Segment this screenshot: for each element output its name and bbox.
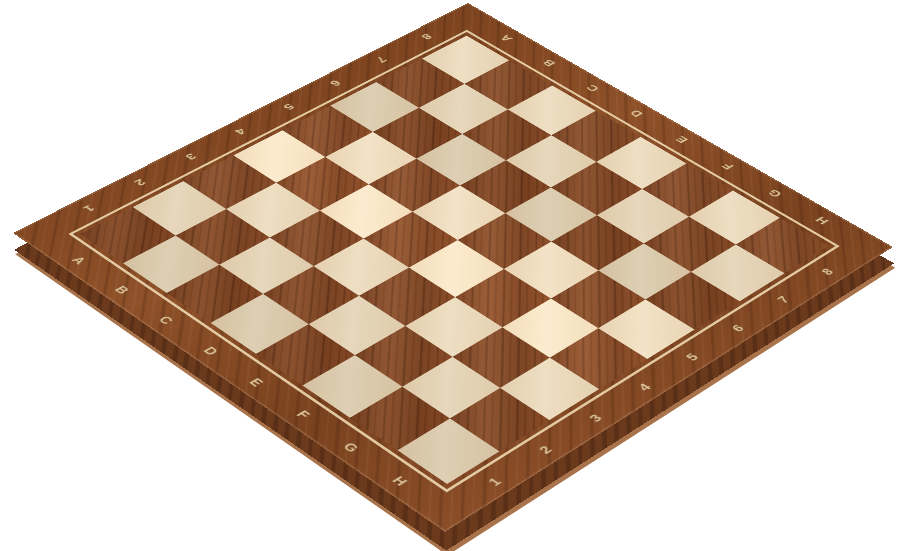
board-frame: ABCDEFGH ABCDEFGH 87654321 87654321 xyxy=(13,3,893,532)
board-grid xyxy=(80,36,828,484)
chessboard: ABCDEFGH ABCDEFGH 87654321 87654321 xyxy=(13,3,893,532)
product-photo-stage: ABCDEFGH ABCDEFGH 87654321 87654321 xyxy=(0,0,900,551)
